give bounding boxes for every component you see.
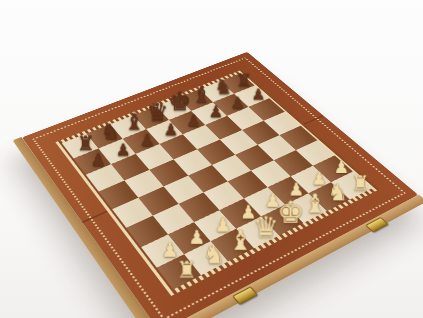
white-pawn: ♟ xyxy=(327,159,355,176)
product-photo-background: ♜♞♝♛♚♝♞♜♟♟♟♟♟♟♟♟♟♟♟♟♟♟♟♟♜♞♝♛♚♝♞♜ xyxy=(0,0,423,318)
chess-board: ♜♞♝♛♚♝♞♜♟♟♟♟♟♟♟♟♟♟♟♟♟♟♟♟♜♞♝♛♚♝♞♜ xyxy=(21,52,417,318)
square-h1[interactable]: ♜ xyxy=(331,172,372,200)
white-pawn: ♟ xyxy=(257,192,287,210)
board-grid: ♜♞♝♛♚♝♞♜♟♟♟♟♟♟♟♟♟♟♟♟♟♟♟♟♜♞♝♛♚♝♞♜ xyxy=(61,74,371,290)
board-frame: ♜♞♝♛♚♝♞♜♟♟♟♟♟♟♟♟♟♟♟♟♟♟♟♟♜♞♝♛♚♝♞♜ xyxy=(21,52,417,318)
white-rook: ♜ xyxy=(345,173,374,194)
